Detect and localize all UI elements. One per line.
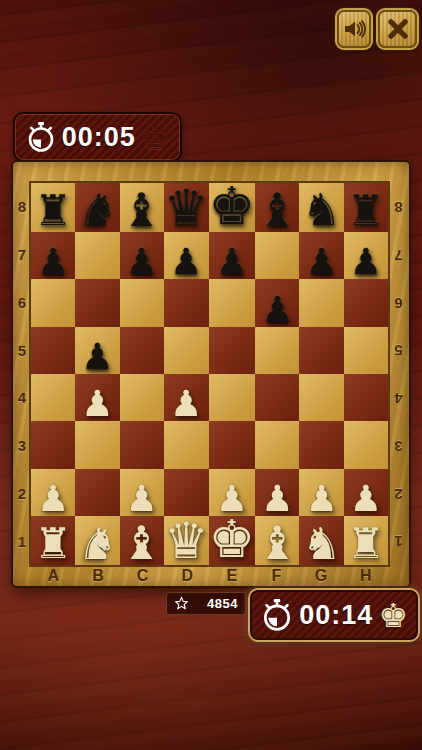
square-f1[interactable]: ♝ (255, 516, 299, 565)
square-b6[interactable] (75, 279, 119, 326)
piece-black-pawn[interactable]: ♟ (216, 245, 248, 279)
square-d5[interactable] (164, 327, 209, 374)
rank-label-2: 2 (388, 470, 409, 518)
square-g7[interactable]: ♟ (299, 232, 343, 279)
square-f4[interactable] (255, 374, 299, 421)
square-a6[interactable] (31, 279, 75, 326)
square-b3[interactable] (75, 421, 119, 468)
square-b1[interactable]: ♞ (75, 516, 119, 565)
app-screen: 00:05 ♚ 87654321 87654321 ♜♞♝♛♚♝♞♜♟♟♟♟♟♟… (0, 0, 422, 750)
square-a7[interactable]: ♟ (31, 232, 75, 279)
piece-white-pawn[interactable]: ♟ (37, 482, 69, 516)
square-a8[interactable]: ♜ (31, 183, 75, 232)
square-e3[interactable] (209, 421, 256, 468)
square-b7[interactable] (75, 232, 119, 279)
rank-label-3: 3 (388, 422, 409, 470)
square-f3[interactable] (255, 421, 299, 468)
square-a2[interactable]: ♟ (31, 469, 75, 516)
star-icon (174, 596, 189, 611)
rank-label-5: 5 (13, 326, 31, 374)
file-label-f: F (254, 565, 299, 586)
square-c5[interactable] (120, 327, 164, 374)
rank-label-6: 6 (388, 279, 409, 327)
score-panel: 4854 (166, 592, 246, 615)
square-e8[interactable]: ♚ (209, 183, 256, 232)
white-king-icon: ♚ (378, 599, 408, 632)
square-c1[interactable]: ♝ (120, 516, 164, 565)
square-g2[interactable]: ♟ (299, 469, 343, 516)
stopwatch-icon (260, 598, 294, 632)
file-label-g: G (299, 565, 344, 586)
speaker-icon (342, 17, 366, 41)
white-clock-panel: 00:14 ♚ (248, 588, 420, 642)
square-h4[interactable] (344, 374, 388, 421)
square-g1[interactable]: ♞ (299, 516, 343, 565)
white-clock-time: 00:14 (294, 600, 378, 631)
square-b8[interactable]: ♞ (75, 183, 119, 232)
board-squares: ♜♞♝♛♚♝♞♜♟♟♟♟♟♟♟♟♟♟♟♟♟♟♟♟♜♞♝♛♚♝♞♜ (31, 183, 388, 565)
square-c7[interactable]: ♟ (120, 232, 164, 279)
piece-black-pawn[interactable]: ♟ (350, 245, 382, 279)
piece-black-rook[interactable]: ♜ (347, 192, 385, 232)
sound-button[interactable] (337, 10, 371, 48)
square-h6[interactable] (344, 279, 388, 326)
square-h3[interactable] (344, 421, 388, 468)
square-a3[interactable] (31, 421, 75, 468)
rank-label-6: 6 (13, 279, 31, 327)
square-g3[interactable] (299, 421, 343, 468)
rank-label-8: 8 (388, 183, 409, 231)
rank-label-7: 7 (13, 231, 31, 279)
square-e4[interactable] (209, 374, 256, 421)
piece-white-pawn[interactable]: ♟ (350, 482, 382, 516)
piece-white-pawn[interactable]: ♟ (305, 482, 337, 516)
piece-black-pawn[interactable]: ♟ (170, 245, 202, 279)
square-h7[interactable]: ♟ (344, 232, 388, 279)
square-c4[interactable] (120, 374, 164, 421)
piece-black-queen[interactable]: ♛ (164, 185, 209, 232)
piece-black-pawn[interactable]: ♟ (261, 293, 293, 327)
piece-black-knight[interactable]: ♞ (302, 190, 341, 231)
piece-black-rook[interactable]: ♜ (34, 192, 72, 232)
rank-label-2: 2 (13, 470, 31, 518)
black-clock-panel: 00:05 ♚ (13, 112, 182, 162)
rank-label-5: 5 (388, 326, 409, 374)
square-d4[interactable]: ♟ (164, 374, 209, 421)
file-label-d: D (165, 565, 210, 586)
square-f2[interactable]: ♟ (255, 469, 299, 516)
rank-label-3: 3 (13, 422, 31, 470)
score-value: 4854 (207, 596, 238, 611)
square-b2[interactable] (75, 469, 119, 516)
square-g5[interactable] (299, 327, 343, 374)
close-icon (385, 16, 411, 42)
square-e6[interactable] (209, 279, 256, 326)
file-label-b: B (76, 565, 121, 586)
black-king-icon: ♚ (140, 121, 170, 154)
square-g8[interactable]: ♞ (299, 183, 343, 232)
square-c3[interactable] (120, 421, 164, 468)
square-f6[interactable]: ♟ (255, 279, 299, 326)
file-label-a: A (31, 565, 76, 586)
piece-white-king[interactable]: ♚ (209, 516, 256, 565)
square-b5[interactable]: ♟ (75, 327, 119, 374)
file-label-h: H (343, 565, 388, 586)
square-h5[interactable] (344, 327, 388, 374)
square-c2[interactable]: ♟ (120, 469, 164, 516)
rank-label-8: 8 (13, 183, 31, 231)
square-d1[interactable]: ♛ (164, 516, 209, 565)
piece-white-pawn[interactable]: ♟ (81, 387, 113, 421)
piece-white-bishop[interactable]: ♝ (257, 522, 298, 565)
piece-white-rook[interactable]: ♜ (34, 525, 72, 565)
square-h1[interactable]: ♜ (344, 516, 388, 565)
piece-white-queen[interactable]: ♛ (164, 518, 209, 565)
piece-white-rook[interactable]: ♜ (347, 525, 385, 565)
rank-label-4: 4 (13, 374, 31, 422)
square-a4[interactable] (31, 374, 75, 421)
file-labels-bottom: ABCDEFGH (31, 565, 388, 586)
square-f5[interactable] (255, 327, 299, 374)
square-h2[interactable]: ♟ (344, 469, 388, 516)
piece-black-pawn[interactable]: ♟ (81, 340, 113, 374)
square-e1[interactable]: ♚ (209, 516, 256, 565)
square-d2[interactable] (164, 469, 209, 516)
rank-label-1: 1 (388, 517, 409, 565)
square-g6[interactable] (299, 279, 343, 326)
piece-black-bishop[interactable]: ♝ (121, 189, 162, 232)
piece-white-pawn[interactable]: ♟ (261, 482, 293, 516)
piece-white-bishop[interactable]: ♝ (121, 522, 162, 565)
square-d7[interactable]: ♟ (164, 232, 209, 279)
piece-white-pawn[interactable]: ♟ (170, 387, 202, 421)
rank-label-4: 4 (388, 374, 409, 422)
square-d6[interactable] (164, 279, 209, 326)
piece-white-pawn[interactable]: ♟ (126, 482, 158, 516)
square-g4[interactable] (299, 374, 343, 421)
piece-black-king[interactable]: ♚ (209, 183, 256, 232)
square-c8[interactable]: ♝ (120, 183, 164, 232)
black-clock-time: 00:05 (57, 122, 140, 153)
piece-white-knight[interactable]: ♞ (302, 524, 341, 565)
chess-board: 87654321 87654321 ♜♞♝♛♚♝♞♜♟♟♟♟♟♟♟♟♟♟♟♟♟♟… (13, 162, 409, 586)
piece-black-knight[interactable]: ♞ (78, 190, 117, 231)
piece-black-pawn[interactable]: ♟ (305, 245, 337, 279)
square-e5[interactable] (209, 327, 256, 374)
file-label-c: C (120, 565, 165, 586)
square-d8[interactable]: ♛ (164, 183, 209, 232)
file-label-e: E (210, 565, 255, 586)
square-f8[interactable]: ♝ (255, 183, 299, 232)
rank-label-7: 7 (388, 231, 409, 279)
rank-labels-left: 87654321 (13, 183, 31, 565)
square-c6[interactable] (120, 279, 164, 326)
square-b4[interactable]: ♟ (75, 374, 119, 421)
square-f7[interactable] (255, 232, 299, 279)
rank-labels-right: 87654321 (388, 183, 409, 565)
square-h8[interactable]: ♜ (344, 183, 388, 232)
piece-white-knight[interactable]: ♞ (78, 524, 117, 565)
square-a1[interactable]: ♜ (31, 516, 75, 565)
square-a5[interactable] (31, 327, 75, 374)
stopwatch-icon (25, 121, 57, 153)
piece-black-bishop[interactable]: ♝ (257, 189, 298, 232)
piece-black-pawn[interactable]: ♟ (126, 245, 158, 279)
rank-label-1: 1 (13, 517, 31, 565)
piece-black-pawn[interactable]: ♟ (37, 245, 69, 279)
close-button[interactable] (378, 10, 417, 48)
square-d3[interactable] (164, 421, 209, 468)
square-e7[interactable]: ♟ (209, 232, 256, 279)
